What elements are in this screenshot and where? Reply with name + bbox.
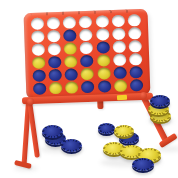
yellow-disc [49,81,62,93]
cell-r1-c3 [61,15,78,29]
cell-r5-c5 [96,66,113,80]
blue-disc [130,66,143,78]
cell-r4-c3 [63,54,80,68]
yellow-disc [97,54,110,66]
empty-hole [80,41,93,53]
connect-four-product-photo [0,0,178,178]
empty-hole [31,30,44,42]
cell-r6-c5 [96,79,113,93]
cell-r5-c7 [128,65,145,79]
cell-r5-c3 [63,67,80,81]
yellow-disc [81,67,94,79]
left-hinge-knob [27,98,34,105]
blue-disc [114,66,127,78]
cell-r3-c7 [127,39,144,53]
right-hinge-knob [140,92,147,99]
cell-r2-c3 [62,28,79,42]
blue-disc [81,80,94,92]
ground-disc-yellow [114,125,134,137]
ground-disc-blue [98,123,115,134]
cell-r2-c7 [127,26,144,40]
blue-disc [48,68,61,80]
brand-label-sticker [117,95,127,101]
cell-r6-c3 [63,80,80,94]
blue-disc [65,68,78,80]
empty-hole [80,28,93,40]
board-grid [29,13,146,95]
empty-hole [129,40,142,52]
cell-r4-c4 [79,54,96,68]
empty-hole [31,43,44,55]
cell-r3-c5 [95,40,112,54]
cell-r2-c2 [45,29,62,43]
yellow-disc [32,56,45,68]
cell-r6-c7 [129,78,146,92]
cell-r6-c2 [47,81,64,95]
cell-r5-c4 [79,67,96,81]
cell-r6-c6 [112,79,129,93]
empty-hole [113,40,126,52]
cell-r6-c4 [80,80,97,94]
blue-disc [81,54,94,66]
cell-r6-c1 [31,81,48,95]
cell-r2-c5 [94,27,111,41]
cell-r3-c2 [46,42,63,56]
empty-hole [113,53,126,65]
cell-r4-c5 [95,53,112,67]
cell-r2-c4 [78,28,95,42]
cell-r1-c5 [94,14,111,28]
ground-disc-blue [42,125,63,138]
ground-shadow [14,166,38,171]
empty-hole [129,53,142,65]
yellow-disc [64,55,77,67]
empty-hole [63,16,76,28]
ground-disc-blue [61,139,82,152]
empty-hole [47,16,60,28]
blue-disc [48,55,61,67]
empty-hole [47,29,60,41]
blue-disc [33,82,46,94]
cell-r3-c4 [78,41,95,55]
blue-disc [98,80,111,92]
empty-hole [95,15,108,27]
ground-disc-blue [150,95,170,107]
cell-r3-c1 [30,42,47,56]
empty-hole [96,28,109,40]
cell-r2-c6 [110,27,127,41]
blue-disc [96,41,109,53]
empty-hole [128,14,141,26]
cell-r1-c1 [29,16,46,30]
cell-r5-c6 [112,66,129,80]
blue-disc [32,69,45,81]
connect-four-board-frame [24,9,151,99]
ground-disc-blue [132,158,154,171]
cell-r3-c6 [111,40,128,54]
yellow-disc [65,81,78,93]
empty-hole [79,15,92,27]
yellow-disc [114,79,127,91]
cell-r4-c2 [46,55,63,69]
cell-r5-c2 [47,68,64,82]
cell-r2-c1 [29,29,46,43]
cell-r1-c4 [77,15,94,29]
cell-r1-c7 [126,13,143,27]
yellow-disc [97,67,110,79]
yellow-disc [64,42,77,54]
blue-disc [130,79,143,91]
empty-hole [30,17,43,29]
empty-hole [48,42,61,54]
cell-r4-c7 [128,52,145,66]
cell-r3-c3 [62,41,79,55]
empty-hole [112,27,125,39]
cell-r1-c6 [110,14,127,28]
cell-r4-c1 [30,55,47,69]
cell-r5-c1 [30,68,47,82]
cell-r1-c2 [45,16,62,30]
cell-r4-c6 [111,53,128,67]
blue-disc [63,29,76,41]
empty-hole [112,14,125,26]
empty-hole [128,27,141,39]
